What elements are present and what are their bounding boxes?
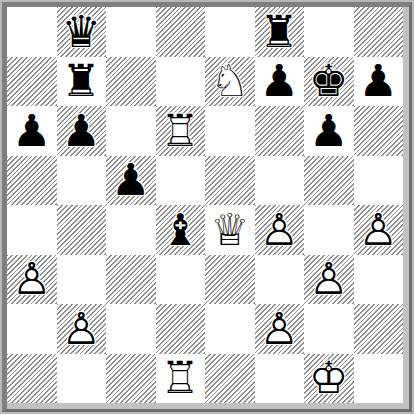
- black-pawn-glyph: ♟: [304, 106, 354, 156]
- piece-white-pawn[interactable]: ♟♙: [255, 304, 305, 354]
- square-e3[interactable]: [205, 255, 255, 305]
- piece-black-pawn[interactable]: ♟♙: [57, 106, 107, 156]
- square-a8[interactable]: [7, 7, 57, 57]
- square-c7[interactable]: [106, 57, 156, 107]
- black-bishop-glyph: ♝: [156, 205, 206, 255]
- black-pawn-glyph: ♟: [7, 106, 57, 156]
- square-e1[interactable]: [205, 354, 255, 404]
- square-d4[interactable]: ♝♗: [156, 205, 206, 255]
- piece-black-rook[interactable]: ♜♖: [57, 57, 107, 107]
- board-frame: ♛♕♜♖♜♖♞♘♟♙♚♔♟♙♟♙♟♙♜♖♟♙♟♙♝♗♛♕♟♙♟♙♟♙♟♙♟♙♟♙…: [0, 0, 414, 414]
- white-pawn-outline: ♙: [304, 255, 354, 305]
- square-g3[interactable]: ♟♙: [304, 255, 354, 305]
- white-pawn-outline: ♙: [255, 205, 305, 255]
- piece-white-rook[interactable]: ♜♖: [156, 106, 206, 156]
- square-b7[interactable]: ♜♖: [57, 57, 107, 107]
- square-e6[interactable]: [205, 106, 255, 156]
- piece-black-bishop[interactable]: ♝♗: [156, 205, 206, 255]
- square-f8[interactable]: ♜♖: [255, 7, 305, 57]
- square-d2[interactable]: [156, 304, 206, 354]
- white-pawn-outline: ♙: [7, 255, 57, 305]
- piece-white-rook[interactable]: ♜♖: [156, 354, 206, 404]
- square-h2[interactable]: [354, 304, 404, 354]
- square-c3[interactable]: [106, 255, 156, 305]
- chess-board: ♛♕♜♖♜♖♞♘♟♙♚♔♟♙♟♙♟♙♜♖♟♙♟♙♝♗♛♕♟♙♟♙♟♙♟♙♟♙♟♙…: [7, 7, 403, 403]
- square-h5[interactable]: [354, 156, 404, 206]
- white-pawn-outline: ♙: [354, 205, 404, 255]
- white-queen-outline: ♕: [205, 205, 255, 255]
- square-f3[interactable]: [255, 255, 305, 305]
- white-rook-outline: ♖: [156, 106, 206, 156]
- square-b1[interactable]: [57, 354, 107, 404]
- square-c1[interactable]: [106, 354, 156, 404]
- square-h8[interactable]: [354, 7, 404, 57]
- square-a3[interactable]: ♟♙: [7, 255, 57, 305]
- square-h3[interactable]: [354, 255, 404, 305]
- square-e8[interactable]: [205, 7, 255, 57]
- piece-black-pawn[interactable]: ♟♙: [255, 57, 305, 107]
- white-king-outline: ♔: [304, 354, 354, 404]
- piece-white-knight[interactable]: ♞♘: [205, 57, 255, 107]
- piece-black-pawn[interactable]: ♟♙: [304, 106, 354, 156]
- piece-black-king[interactable]: ♚♔: [304, 57, 354, 107]
- square-a1[interactable]: [7, 354, 57, 404]
- square-g7[interactable]: ♚♔: [304, 57, 354, 107]
- square-b5[interactable]: [57, 156, 107, 206]
- square-e7[interactable]: ♞♘: [205, 57, 255, 107]
- square-h4[interactable]: ♟♙: [354, 205, 404, 255]
- square-h1[interactable]: [354, 354, 404, 404]
- piece-black-queen[interactable]: ♛♕: [57, 7, 107, 57]
- piece-white-pawn[interactable]: ♟♙: [354, 205, 404, 255]
- black-queen-glyph: ♛: [57, 7, 107, 57]
- square-a4[interactable]: [7, 205, 57, 255]
- square-a6[interactable]: ♟♙: [7, 106, 57, 156]
- square-b6[interactable]: ♟♙: [57, 106, 107, 156]
- piece-black-pawn[interactable]: ♟♙: [354, 57, 404, 107]
- square-g5[interactable]: [304, 156, 354, 206]
- piece-black-pawn[interactable]: ♟♙: [7, 106, 57, 156]
- board-frame-bevel: ♛♕♜♖♜♖♞♘♟♙♚♔♟♙♟♙♟♙♜♖♟♙♟♙♝♗♛♕♟♙♟♙♟♙♟♙♟♙♟♙…: [2, 2, 412, 412]
- black-king-glyph: ♚: [304, 57, 354, 107]
- square-e5[interactable]: [205, 156, 255, 206]
- square-b8[interactable]: ♛♕: [57, 7, 107, 57]
- square-g1[interactable]: ♚♔: [304, 354, 354, 404]
- square-g6[interactable]: ♟♙: [304, 106, 354, 156]
- square-d6[interactable]: ♜♖: [156, 106, 206, 156]
- square-f7[interactable]: ♟♙: [255, 57, 305, 107]
- square-f6[interactable]: [255, 106, 305, 156]
- square-c8[interactable]: [106, 7, 156, 57]
- square-a7[interactable]: [7, 57, 57, 107]
- square-g2[interactable]: [304, 304, 354, 354]
- square-a2[interactable]: [7, 304, 57, 354]
- black-pawn-glyph: ♟: [106, 156, 156, 206]
- square-e4[interactable]: ♛♕: [205, 205, 255, 255]
- square-f1[interactable]: [255, 354, 305, 404]
- square-c4[interactable]: [106, 205, 156, 255]
- piece-white-pawn[interactable]: ♟♙: [304, 255, 354, 305]
- square-d1[interactable]: ♜♖: [156, 354, 206, 404]
- square-f5[interactable]: [255, 156, 305, 206]
- square-b4[interactable]: [57, 205, 107, 255]
- white-pawn-outline: ♙: [57, 304, 107, 354]
- piece-white-queen[interactable]: ♛♕: [205, 205, 255, 255]
- square-d5[interactable]: [156, 156, 206, 206]
- piece-white-pawn[interactable]: ♟♙: [57, 304, 107, 354]
- square-h7[interactable]: ♟♙: [354, 57, 404, 107]
- piece-black-pawn[interactable]: ♟♙: [106, 156, 156, 206]
- square-c2[interactable]: [106, 304, 156, 354]
- piece-white-pawn[interactable]: ♟♙: [255, 205, 305, 255]
- square-c5[interactable]: ♟♙: [106, 156, 156, 206]
- square-c6[interactable]: [106, 106, 156, 156]
- black-rook-glyph: ♜: [255, 7, 305, 57]
- black-rook-glyph: ♜: [57, 57, 107, 107]
- piece-white-king[interactable]: ♚♔: [304, 354, 354, 404]
- piece-white-pawn[interactable]: ♟♙: [7, 255, 57, 305]
- white-pawn-outline: ♙: [255, 304, 305, 354]
- square-a5[interactable]: [7, 156, 57, 206]
- black-pawn-glyph: ♟: [57, 106, 107, 156]
- square-g8[interactable]: [304, 7, 354, 57]
- square-b2[interactable]: ♟♙: [57, 304, 107, 354]
- square-d8[interactable]: [156, 7, 206, 57]
- square-g4[interactable]: [304, 205, 354, 255]
- black-pawn-glyph: ♟: [255, 57, 305, 107]
- square-f2[interactable]: ♟♙: [255, 304, 305, 354]
- square-e2[interactable]: [205, 304, 255, 354]
- square-h6[interactable]: [354, 106, 404, 156]
- piece-black-rook[interactable]: ♜♖: [255, 7, 305, 57]
- square-b3[interactable]: [57, 255, 107, 305]
- black-pawn-glyph: ♟: [354, 57, 404, 107]
- white-rook-outline: ♖: [156, 354, 206, 404]
- square-f4[interactable]: ♟♙: [255, 205, 305, 255]
- square-d3[interactable]: [156, 255, 206, 305]
- square-d7[interactable]: [156, 57, 206, 107]
- white-knight-outline: ♘: [205, 57, 255, 107]
